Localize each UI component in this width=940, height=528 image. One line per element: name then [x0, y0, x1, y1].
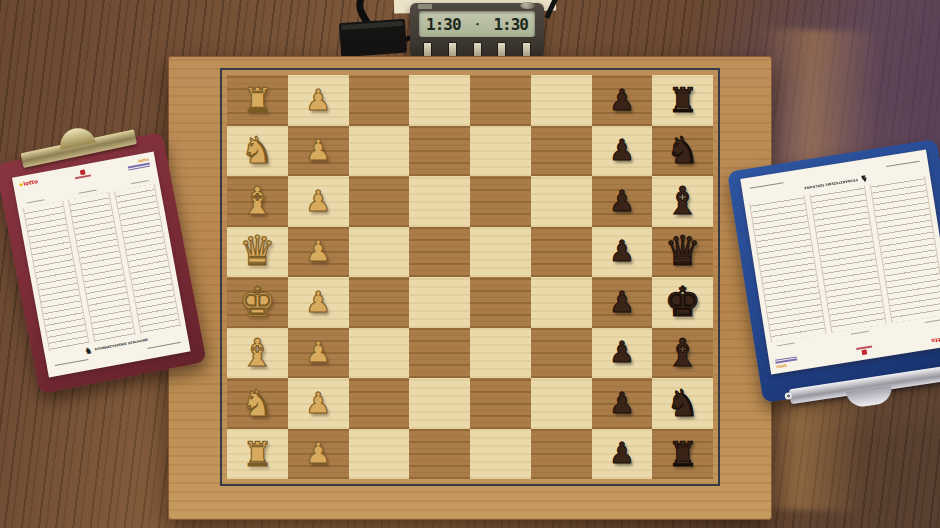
square-a3[interactable] — [349, 75, 410, 126]
chess-clock: 1:30 ◂ 1:30 — [410, 3, 544, 58]
square-e1[interactable]: ♚ — [227, 277, 288, 328]
square-c3[interactable] — [349, 176, 410, 227]
square-a7[interactable]: ♟ — [592, 75, 653, 126]
move-columns — [748, 176, 940, 342]
square-e7[interactable]: ♟ — [592, 277, 653, 328]
event-text: lotto — [127, 158, 150, 171]
score-clipboard-right: lotto lotto ♞ STOWARZYSZENIE SZACHOWE — [727, 139, 940, 403]
black-knight[interactable]: ♞ — [666, 385, 699, 422]
black-pawn[interactable]: ♟ — [609, 439, 635, 468]
clock-button[interactable] — [473, 42, 482, 57]
square-d1[interactable]: ♛ — [227, 227, 288, 278]
square-f1[interactable]: ♝ — [227, 328, 288, 379]
event-text: lotto — [775, 356, 798, 368]
black-pawn[interactable]: ♟ — [609, 237, 635, 266]
left-clock-time: 1:30 — [426, 15, 461, 34]
org-knight-icon: ♞ — [859, 173, 868, 183]
black-pawn[interactable]: ♟ — [609, 389, 635, 418]
square-b6[interactable] — [531, 126, 592, 177]
square-h4[interactable] — [409, 429, 470, 480]
square-e5[interactable] — [470, 277, 531, 328]
move-marker-icon: ◂ — [475, 20, 479, 28]
square-b5[interactable] — [470, 126, 531, 177]
black-pawn[interactable]: ♟ — [609, 338, 635, 367]
chess-board: ♜♟♟♜♞♟♟♞♝♟♟♝♛♟♟♛♚♟♟♚♝♟♟♝♞♟♟♞♜♟♟♜ — [168, 56, 772, 520]
square-c2[interactable]: ♟ — [288, 176, 349, 227]
square-h8[interactable]: ♜ — [652, 429, 713, 480]
square-f4[interactable] — [409, 328, 470, 379]
white-bishop[interactable]: ♝ — [240, 182, 274, 220]
square-c1[interactable]: ♝ — [227, 176, 288, 227]
white-knight[interactable]: ♞ — [241, 385, 274, 422]
square-e3[interactable] — [349, 277, 410, 328]
white-knight[interactable]: ♞ — [241, 132, 274, 169]
square-f7[interactable]: ♟ — [592, 328, 653, 379]
square-e4[interactable] — [409, 277, 470, 328]
white-pawn[interactable]: ♟ — [305, 338, 331, 367]
white-rook[interactable]: ♜ — [242, 437, 272, 471]
clock-button[interactable] — [423, 42, 432, 57]
square-a1[interactable]: ♜ — [227, 75, 288, 126]
square-c5[interactable] — [470, 176, 531, 227]
square-h3[interactable] — [349, 429, 410, 480]
square-d5[interactable] — [470, 227, 531, 278]
square-a2[interactable]: ♟ — [288, 75, 349, 126]
square-e6[interactable] — [531, 277, 592, 328]
black-queen[interactable]: ♛ — [664, 231, 701, 272]
square-c7[interactable]: ♟ — [592, 176, 653, 227]
square-f5[interactable] — [470, 328, 531, 379]
clock-buttons — [410, 42, 544, 56]
black-bishop[interactable]: ♝ — [666, 334, 700, 372]
square-c8[interactable]: ♝ — [652, 176, 713, 227]
square-f8[interactable]: ♝ — [652, 328, 713, 379]
black-bishop[interactable]: ♝ — [666, 182, 700, 220]
white-pawn[interactable]: ♟ — [305, 136, 331, 165]
black-pawn[interactable]: ♟ — [609, 187, 635, 216]
clock-lcd: 1:30 ◂ 1:30 — [419, 11, 535, 37]
square-b1[interactable]: ♞ — [227, 126, 288, 177]
white-pawn[interactable]: ♟ — [305, 439, 331, 468]
square-h7[interactable]: ♟ — [592, 429, 653, 480]
square-b2[interactable]: ♟ — [288, 126, 349, 177]
white-pawn[interactable]: ♟ — [305, 288, 331, 317]
white-king[interactable]: ♚ — [239, 282, 276, 323]
white-queen[interactable]: ♛ — [239, 231, 276, 272]
footer-org-text: STOWARZYSZENIE SZACHOWE — [804, 177, 858, 189]
square-d2[interactable]: ♟ — [288, 227, 349, 278]
black-pawn[interactable]: ♟ — [609, 288, 635, 317]
square-f3[interactable] — [349, 328, 410, 379]
square-b4[interactable] — [409, 126, 470, 177]
clock-lever[interactable] — [520, 2, 535, 9]
square-b7[interactable]: ♟ — [592, 126, 653, 177]
organizer-logo — [856, 346, 873, 356]
clock-button[interactable] — [497, 42, 506, 57]
white-pawn[interactable]: ♟ — [305, 389, 331, 418]
square-a8[interactable]: ♜ — [652, 75, 713, 126]
square-c4[interactable] — [409, 176, 470, 227]
black-rook[interactable]: ♜ — [667, 83, 697, 117]
score-sheet-left: lotto lotto ♞ STOWARZYSZENIE SZACHOWE — [12, 152, 191, 378]
board-inner-line: ♜♟♟♜♞♟♟♞♝♟♟♝♛♟♟♛♚♟♟♚♝♟♟♝♞♟♟♞♜♟♟♜ — [220, 68, 720, 486]
sponsor-logo: lotto — [19, 178, 38, 187]
square-g8[interactable]: ♞ — [652, 378, 713, 429]
square-g7[interactable]: ♟ — [592, 378, 653, 429]
org-knight-icon: ♞ — [84, 346, 94, 356]
score-sheet-right: lotto lotto ♞ STOWARZYSZENIE SZACHOWE — [740, 150, 940, 375]
square-h5[interactable] — [470, 429, 531, 480]
black-pawn[interactable]: ♟ — [609, 136, 635, 165]
black-rook[interactable]: ♜ — [667, 437, 697, 471]
square-b3[interactable] — [349, 126, 410, 177]
sponsor-logo: lotto — [931, 335, 940, 344]
white-pawn[interactable]: ♟ — [305, 237, 331, 266]
square-c6[interactable] — [531, 176, 592, 227]
black-king[interactable]: ♚ — [664, 282, 701, 323]
square-e2[interactable]: ♟ — [288, 277, 349, 328]
square-g4[interactable] — [409, 378, 470, 429]
square-a5[interactable] — [470, 75, 531, 126]
square-g2[interactable]: ♟ — [288, 378, 349, 429]
white-rook[interactable]: ♜ — [242, 83, 272, 117]
square-d6[interactable] — [531, 227, 592, 278]
square-g5[interactable] — [470, 378, 531, 429]
square-d8[interactable]: ♛ — [652, 227, 713, 278]
square-h6[interactable] — [531, 429, 592, 480]
clock-brand-label — [418, 4, 432, 9]
white-pawn[interactable]: ♟ — [305, 187, 331, 216]
square-h1[interactable]: ♜ — [227, 429, 288, 480]
square-d4[interactable] — [409, 227, 470, 278]
square-a6[interactable] — [531, 75, 592, 126]
square-d3[interactable] — [349, 227, 410, 278]
square-e8[interactable]: ♚ — [652, 277, 713, 328]
board-squares: ♜♟♟♜♞♟♟♞♝♟♟♝♛♟♟♛♚♟♟♚♝♟♟♝♞♟♟♞♜♟♟♜ — [227, 75, 713, 479]
square-b8[interactable]: ♞ — [652, 126, 713, 177]
white-bishop[interactable]: ♝ — [240, 334, 274, 372]
right-clock-time: 1:30 — [493, 15, 528, 34]
clock-button[interactable] — [448, 42, 457, 57]
square-g6[interactable] — [531, 378, 592, 429]
square-g1[interactable]: ♞ — [227, 378, 288, 429]
move-columns — [22, 184, 182, 351]
black-pawn[interactable]: ♟ — [609, 86, 635, 115]
square-f2[interactable]: ♟ — [288, 328, 349, 379]
square-a4[interactable] — [409, 75, 470, 126]
black-knight[interactable]: ♞ — [666, 132, 699, 169]
square-f6[interactable] — [531, 328, 592, 379]
square-d7[interactable]: ♟ — [592, 227, 653, 278]
organizer-logo — [74, 168, 91, 178]
white-pawn[interactable]: ♟ — [305, 86, 331, 115]
square-h2[interactable]: ♟ — [288, 429, 349, 480]
square-g3[interactable] — [349, 378, 410, 429]
clock-button[interactable] — [522, 42, 531, 57]
